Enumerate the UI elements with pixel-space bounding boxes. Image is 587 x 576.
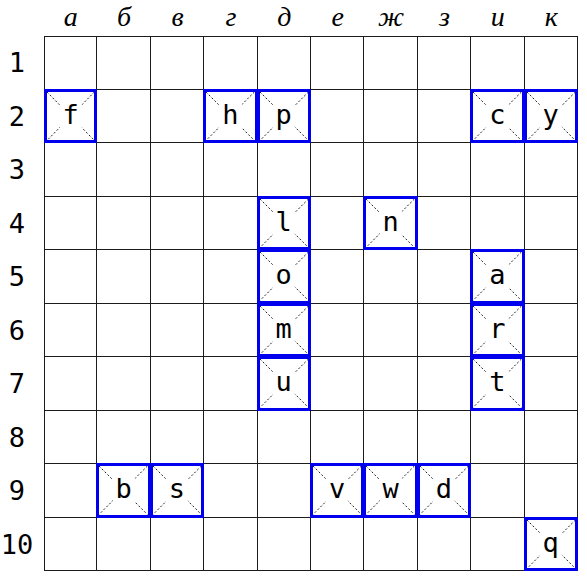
marked-cell-г2[interactable]: h bbox=[203, 89, 257, 144]
cell-г2[interactable]: h bbox=[204, 90, 257, 144]
row-label-10: 10 bbox=[0, 518, 44, 572]
cell-letter: h bbox=[219, 101, 241, 129]
col-label-б: б bbox=[97, 0, 150, 36]
marked-cell-к10[interactable]: q bbox=[524, 517, 578, 572]
cell-е3[interactable] bbox=[311, 143, 364, 197]
cell-letter: r bbox=[486, 315, 508, 343]
cell-к10[interactable]: q bbox=[525, 518, 578, 572]
cell-б5[interactable] bbox=[97, 250, 150, 304]
cell-ж3[interactable] bbox=[364, 143, 417, 197]
cell-г8[interactable] bbox=[204, 411, 257, 465]
row-label-8: 8 bbox=[0, 411, 44, 465]
marked-cell-д7[interactable]: u bbox=[257, 356, 311, 411]
cell-д8[interactable] bbox=[258, 411, 311, 465]
cell-и2[interactable]: c bbox=[471, 90, 524, 144]
cell-а4[interactable] bbox=[44, 197, 97, 251]
cell-д7[interactable]: u bbox=[258, 357, 311, 411]
col-label-з: з bbox=[418, 0, 471, 36]
cell-д4[interactable]: l bbox=[258, 197, 311, 251]
marked-cell-и5[interactable]: a bbox=[470, 249, 524, 304]
cell-е5[interactable] bbox=[311, 250, 364, 304]
cell-е9[interactable]: v bbox=[311, 464, 364, 518]
cell-letter: m bbox=[273, 315, 295, 343]
cell-letter: o bbox=[273, 262, 295, 290]
cell-з10[interactable] bbox=[418, 518, 471, 572]
cell-к5[interactable] bbox=[525, 250, 578, 304]
cell-ж7[interactable] bbox=[364, 357, 417, 411]
cell-ж9[interactable]: w bbox=[364, 464, 417, 518]
cell-к3[interactable] bbox=[525, 143, 578, 197]
cell-letter: t bbox=[486, 369, 508, 397]
cell-ж6[interactable] bbox=[364, 304, 417, 358]
cell-е2[interactable] bbox=[311, 90, 364, 144]
cell-ж8[interactable] bbox=[364, 411, 417, 465]
cell-и8[interactable] bbox=[471, 411, 524, 465]
cell-в5[interactable] bbox=[151, 250, 204, 304]
marked-cell-к2[interactable]: y bbox=[524, 89, 578, 144]
cell-ж5[interactable] bbox=[364, 250, 417, 304]
cell-б3[interactable] bbox=[97, 143, 150, 197]
cell-б1[interactable] bbox=[97, 36, 150, 90]
cell-з9[interactable]: d bbox=[418, 464, 471, 518]
marked-cell-д4[interactable]: l bbox=[257, 196, 311, 251]
cell-з4[interactable] bbox=[418, 197, 471, 251]
cell-к1[interactable] bbox=[525, 36, 578, 90]
cell-д3[interactable] bbox=[258, 143, 311, 197]
marked-cell-и7[interactable]: t bbox=[470, 356, 524, 411]
cell-и10[interactable] bbox=[471, 518, 524, 572]
cell-г5[interactable] bbox=[204, 250, 257, 304]
cell-а1[interactable] bbox=[44, 36, 97, 90]
col-label-д: д bbox=[258, 0, 311, 36]
row-label-9: 9 bbox=[0, 464, 44, 518]
cell-letter: v bbox=[326, 476, 348, 504]
row-label-2: 2 bbox=[0, 90, 44, 144]
cell-letter: u bbox=[273, 369, 295, 397]
cell-letter: w bbox=[379, 476, 401, 504]
cell-в9[interactable]: s bbox=[151, 464, 204, 518]
cell-е10[interactable] bbox=[311, 518, 364, 572]
puzzle-screen: абвгдежзик12fhpcy34ln5oa6mr7ut89bsvwd10q bbox=[0, 0, 587, 576]
cell-ж4[interactable]: n bbox=[364, 197, 417, 251]
cell-з8[interactable] bbox=[418, 411, 471, 465]
cell-а9[interactable] bbox=[44, 464, 97, 518]
cell-з2[interactable] bbox=[418, 90, 471, 144]
cell-letter: d bbox=[433, 476, 455, 504]
row-label-1: 1 bbox=[0, 36, 44, 90]
cell-з7[interactable] bbox=[418, 357, 471, 411]
cell-в3[interactable] bbox=[151, 143, 204, 197]
cell-б2[interactable] bbox=[97, 90, 150, 144]
cell-letter: f bbox=[60, 101, 82, 129]
marked-cell-ж9[interactable]: w bbox=[363, 463, 417, 518]
col-label-ж: ж bbox=[364, 0, 417, 36]
row-label-6: 6 bbox=[0, 304, 44, 358]
cell-б6[interactable] bbox=[97, 304, 150, 358]
col-label-г: г bbox=[204, 0, 257, 36]
row-label-7: 7 bbox=[0, 357, 44, 411]
cell-г9[interactable] bbox=[204, 464, 257, 518]
col-label-и: и bbox=[471, 0, 524, 36]
cell-letter: q bbox=[540, 529, 562, 557]
marked-cell-и2[interactable]: c bbox=[470, 89, 524, 144]
cell-б4[interactable] bbox=[97, 197, 150, 251]
cell-д10[interactable] bbox=[258, 518, 311, 572]
cell-а8[interactable] bbox=[44, 411, 97, 465]
marked-cell-а2[interactable]: f bbox=[44, 89, 97, 144]
cell-letter: b bbox=[112, 476, 134, 504]
marked-cell-ж4[interactable]: n bbox=[363, 196, 417, 251]
col-label-е: е bbox=[311, 0, 364, 36]
cell-и3[interactable] bbox=[471, 143, 524, 197]
cell-г10[interactable] bbox=[204, 518, 257, 572]
col-label-к: к bbox=[525, 0, 578, 36]
cell-д1[interactable] bbox=[258, 36, 311, 90]
row-label-5: 5 bbox=[0, 250, 44, 304]
cell-а2[interactable]: f bbox=[44, 90, 97, 144]
cell-г7[interactable] bbox=[204, 357, 257, 411]
cell-letter: n bbox=[379, 208, 401, 236]
cell-з6[interactable] bbox=[418, 304, 471, 358]
cell-к9[interactable] bbox=[525, 464, 578, 518]
cell-д5[interactable]: o bbox=[258, 250, 311, 304]
cell-а7[interactable] bbox=[44, 357, 97, 411]
cell-в2[interactable] bbox=[151, 90, 204, 144]
cell-и7[interactable]: t bbox=[471, 357, 524, 411]
col-label-а: а bbox=[44, 0, 97, 36]
cell-е6[interactable] bbox=[311, 304, 364, 358]
cell-и1[interactable] bbox=[471, 36, 524, 90]
cell-е1[interactable] bbox=[311, 36, 364, 90]
cell-и9[interactable] bbox=[471, 464, 524, 518]
marked-cell-з9[interactable]: d bbox=[417, 463, 471, 518]
cell-д9[interactable] bbox=[258, 464, 311, 518]
cell-в7[interactable] bbox=[151, 357, 204, 411]
cell-а10[interactable] bbox=[44, 518, 97, 572]
marked-cell-д6[interactable]: m bbox=[257, 303, 311, 358]
cell-в6[interactable] bbox=[151, 304, 204, 358]
marked-cell-б9[interactable]: b bbox=[96, 463, 150, 518]
marked-cell-д5[interactable]: o bbox=[257, 249, 311, 304]
cell-ж2[interactable] bbox=[364, 90, 417, 144]
cell-д6[interactable]: m bbox=[258, 304, 311, 358]
marked-cell-е9[interactable]: v bbox=[310, 463, 364, 518]
cell-letter: s bbox=[166, 476, 188, 504]
marked-cell-и6[interactable]: r bbox=[470, 303, 524, 358]
cell-е7[interactable] bbox=[311, 357, 364, 411]
cell-г1[interactable] bbox=[204, 36, 257, 90]
cell-в8[interactable] bbox=[151, 411, 204, 465]
cell-а5[interactable] bbox=[44, 250, 97, 304]
cell-letter: a bbox=[486, 262, 508, 290]
cell-ж1[interactable] bbox=[364, 36, 417, 90]
cell-и4[interactable] bbox=[471, 197, 524, 251]
cell-ж10[interactable] bbox=[364, 518, 417, 572]
cell-к4[interactable] bbox=[525, 197, 578, 251]
cell-к8[interactable] bbox=[525, 411, 578, 465]
cell-в10[interactable] bbox=[151, 518, 204, 572]
cell-letter: c bbox=[486, 101, 508, 129]
cell-г3[interactable] bbox=[204, 143, 257, 197]
cell-к2[interactable]: y bbox=[525, 90, 578, 144]
row-label-3: 3 bbox=[0, 143, 44, 197]
cell-б9[interactable]: b bbox=[97, 464, 150, 518]
cell-в4[interactable] bbox=[151, 197, 204, 251]
cell-а3[interactable] bbox=[44, 143, 97, 197]
row-label-4: 4 bbox=[0, 197, 44, 251]
cell-а6[interactable] bbox=[44, 304, 97, 358]
cell-letter: l bbox=[273, 208, 295, 236]
cell-з1[interactable] bbox=[418, 36, 471, 90]
marked-cell-д2[interactable]: p bbox=[257, 89, 311, 144]
cell-з5[interactable] bbox=[418, 250, 471, 304]
cell-letter: y bbox=[540, 101, 562, 129]
cell-к7[interactable] bbox=[525, 357, 578, 411]
marked-cell-в9[interactable]: s bbox=[150, 463, 204, 518]
cell-в1[interactable] bbox=[151, 36, 204, 90]
board: абвгдежзик12fhpcy34ln5oa6mr7ut89bsvwd10q bbox=[0, 0, 578, 571]
cell-д2[interactable]: p bbox=[258, 90, 311, 144]
col-label-в: в bbox=[151, 0, 204, 36]
cell-letter: p bbox=[273, 101, 295, 129]
cell-б7[interactable] bbox=[97, 357, 150, 411]
cell-к6[interactable] bbox=[525, 304, 578, 358]
cell-б10[interactable] bbox=[97, 518, 150, 572]
cell-б8[interactable] bbox=[97, 411, 150, 465]
cell-г4[interactable] bbox=[204, 197, 257, 251]
cell-г6[interactable] bbox=[204, 304, 257, 358]
cell-и5[interactable]: a bbox=[471, 250, 524, 304]
cell-е8[interactable] bbox=[311, 411, 364, 465]
cell-з3[interactable] bbox=[418, 143, 471, 197]
corner-spacer bbox=[0, 0, 44, 36]
cell-е4[interactable] bbox=[311, 197, 364, 251]
cell-и6[interactable]: r bbox=[471, 304, 524, 358]
